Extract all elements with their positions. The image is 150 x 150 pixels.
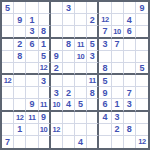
cell-r6c7[interactable] bbox=[75, 63, 87, 75]
cell-r1c4[interactable] bbox=[39, 2, 51, 14]
cell-r10c11[interactable] bbox=[124, 112, 136, 124]
cell-r12c10[interactable] bbox=[112, 136, 124, 148]
cell-r11c10[interactable]: 2 bbox=[112, 124, 124, 136]
cell-r10c3[interactable]: 11 bbox=[26, 112, 38, 124]
cell-r8c4[interactable] bbox=[39, 87, 51, 99]
cell-r5c7[interactable]: 10 bbox=[75, 51, 87, 63]
cell-r12c11[interactable] bbox=[124, 136, 136, 148]
cell-r8c8[interactable]: 8 bbox=[87, 87, 99, 99]
sudoku-board: 5399121243871062618115378591031228512311… bbox=[0, 0, 150, 150]
cell-r1c1[interactable]: 5 bbox=[2, 2, 14, 14]
cell-r2c12[interactable] bbox=[136, 14, 148, 26]
cell-r12c9[interactable] bbox=[99, 136, 111, 148]
cell-r2c1[interactable] bbox=[2, 14, 14, 26]
cell-r4c2[interactable]: 2 bbox=[14, 39, 26, 51]
cell-r5c6[interactable] bbox=[63, 51, 75, 63]
cell-r9c10[interactable]: 1 bbox=[112, 99, 124, 111]
cell-r1c8[interactable] bbox=[87, 2, 99, 14]
cell-r9c9[interactable]: 6 bbox=[99, 99, 111, 111]
cell-r6c4[interactable]: 12 bbox=[39, 63, 51, 75]
cell-r1c10[interactable] bbox=[112, 2, 124, 14]
cell-r11c12[interactable] bbox=[136, 124, 148, 136]
cell-r4c3[interactable]: 6 bbox=[26, 39, 38, 51]
cell-r2c8[interactable]: 2 bbox=[87, 14, 99, 26]
cell-r8c12[interactable] bbox=[136, 87, 148, 99]
cell-r6c2[interactable] bbox=[14, 63, 26, 75]
cell-r6c8[interactable] bbox=[87, 63, 99, 75]
cell-r9c12[interactable] bbox=[136, 99, 148, 111]
cell-r5c5[interactable]: 9 bbox=[51, 51, 63, 63]
cell-r2c4[interactable] bbox=[39, 14, 51, 26]
cell-r3c10[interactable]: 10 bbox=[112, 26, 124, 38]
cell-r1c7[interactable] bbox=[75, 2, 87, 14]
cell-r11c5[interactable]: 12 bbox=[51, 124, 63, 136]
cell-r8c5[interactable]: 3 bbox=[51, 87, 63, 99]
cell-r12c5[interactable] bbox=[51, 136, 63, 148]
cell-r3c1[interactable] bbox=[2, 26, 14, 38]
cell-r10c8[interactable] bbox=[87, 112, 99, 124]
cell-r9c4[interactable]: 11 bbox=[39, 99, 51, 111]
cell-r1c2[interactable] bbox=[14, 2, 26, 14]
cell-r9c6[interactable]: 4 bbox=[63, 99, 75, 111]
cell-r9c3[interactable]: 9 bbox=[26, 99, 38, 111]
cell-r8c9[interactable]: 9 bbox=[99, 87, 111, 99]
cell-r6c3[interactable] bbox=[26, 63, 38, 75]
cell-r8c6[interactable]: 2 bbox=[63, 87, 75, 99]
cell-r9c11[interactable]: 3 bbox=[124, 99, 136, 111]
cell-r10c1[interactable] bbox=[2, 112, 14, 124]
cell-r12c7[interactable]: 4 bbox=[75, 136, 87, 148]
cell-r8c3[interactable] bbox=[26, 87, 38, 99]
cell-r11c8[interactable] bbox=[87, 124, 99, 136]
cell-r8c2[interactable] bbox=[14, 87, 26, 99]
cell-r11c9[interactable] bbox=[99, 124, 111, 136]
cell-r5c8[interactable]: 3 bbox=[87, 51, 99, 63]
cell-r12c6[interactable] bbox=[63, 136, 75, 148]
cell-r8c1[interactable] bbox=[2, 87, 14, 99]
cell-r2c7[interactable] bbox=[75, 14, 87, 26]
cell-r2c9[interactable]: 12 bbox=[99, 14, 111, 26]
cell-r12c3[interactable] bbox=[26, 136, 38, 148]
cell-r10c4[interactable]: 9 bbox=[39, 112, 51, 124]
cell-r4c12[interactable] bbox=[136, 39, 148, 51]
cell-r3c7[interactable] bbox=[75, 26, 87, 38]
cell-r11c6[interactable] bbox=[63, 124, 75, 136]
cell-r9c2[interactable] bbox=[14, 99, 26, 111]
cell-r8c11[interactable]: 7 bbox=[124, 87, 136, 99]
cell-r7c9[interactable]: 5 bbox=[99, 75, 111, 87]
cell-r11c1[interactable] bbox=[2, 124, 14, 136]
cell-r7c7[interactable] bbox=[75, 75, 87, 87]
cell-r4c8[interactable]: 5 bbox=[87, 39, 99, 51]
cell-r5c2[interactable]: 8 bbox=[14, 51, 26, 63]
cell-r11c4[interactable]: 10 bbox=[39, 124, 51, 136]
cell-r1c11[interactable] bbox=[124, 2, 136, 14]
cell-r1c6[interactable]: 3 bbox=[63, 2, 75, 14]
cell-r9c5[interactable]: 10 bbox=[51, 99, 63, 111]
cell-r3c3[interactable]: 3 bbox=[26, 26, 38, 38]
cell-r3c9[interactable]: 7 bbox=[99, 26, 111, 38]
cell-r2c11[interactable]: 4 bbox=[124, 14, 136, 26]
cell-r3c6[interactable] bbox=[63, 26, 75, 38]
cell-r7c4[interactable]: 3 bbox=[39, 75, 51, 87]
cell-r7c1[interactable]: 12 bbox=[2, 75, 14, 87]
cell-r11c3[interactable] bbox=[26, 124, 38, 136]
cell-r7c5[interactable] bbox=[51, 75, 63, 87]
cell-r1c12[interactable]: 9 bbox=[136, 2, 148, 14]
cell-r6c5[interactable]: 2 bbox=[51, 63, 63, 75]
cell-r4c5[interactable] bbox=[51, 39, 63, 51]
cell-r10c5[interactable] bbox=[51, 112, 63, 124]
cell-r3c11[interactable]: 6 bbox=[124, 26, 136, 38]
cell-r3c5[interactable] bbox=[51, 26, 63, 38]
cell-r10c2[interactable]: 12 bbox=[14, 112, 26, 124]
cell-r5c11[interactable] bbox=[124, 51, 136, 63]
cell-r12c1[interactable]: 7 bbox=[2, 136, 14, 148]
cell-r9c7[interactable]: 5 bbox=[75, 99, 87, 111]
cell-r4c11[interactable] bbox=[124, 39, 136, 51]
cell-r6c10[interactable] bbox=[112, 63, 124, 75]
cell-r7c6[interactable] bbox=[63, 75, 75, 87]
cell-r4c4[interactable]: 1 bbox=[39, 39, 51, 51]
cell-r6c12[interactable]: 5 bbox=[136, 63, 148, 75]
cell-r6c1[interactable] bbox=[2, 63, 14, 75]
cell-r5c12[interactable] bbox=[136, 51, 148, 63]
cell-r11c11[interactable]: 8 bbox=[124, 124, 136, 136]
cell-r6c9[interactable]: 8 bbox=[99, 63, 111, 75]
cell-r10c7[interactable] bbox=[75, 112, 87, 124]
cell-r4c1[interactable] bbox=[2, 39, 14, 51]
cell-r5c1[interactable] bbox=[2, 51, 14, 63]
cell-r12c12[interactable]: 12 bbox=[136, 136, 148, 148]
cell-r5c10[interactable] bbox=[112, 51, 124, 63]
cell-r10c6[interactable] bbox=[63, 112, 75, 124]
cell-r8c10[interactable] bbox=[112, 87, 124, 99]
cell-r5c4[interactable]: 5 bbox=[39, 51, 51, 63]
cell-r2c3[interactable]: 1 bbox=[26, 14, 38, 26]
cell-r7c12[interactable] bbox=[136, 75, 148, 87]
cell-r12c4[interactable] bbox=[39, 136, 51, 148]
cell-r5c3[interactable] bbox=[26, 51, 38, 63]
cell-r2c10[interactable] bbox=[112, 14, 124, 26]
cell-r12c2[interactable] bbox=[14, 136, 26, 148]
cell-r7c2[interactable] bbox=[14, 75, 26, 87]
cell-r1c5[interactable] bbox=[51, 2, 63, 14]
cell-r7c3[interactable] bbox=[26, 75, 38, 87]
cell-r3c2[interactable] bbox=[14, 26, 26, 38]
cell-r8c7[interactable] bbox=[75, 87, 87, 99]
cell-r4c6[interactable]: 8 bbox=[63, 39, 75, 51]
cell-r4c10[interactable]: 7 bbox=[112, 39, 124, 51]
cell-r10c9[interactable]: 4 bbox=[99, 112, 111, 124]
cell-r4c7[interactable]: 11 bbox=[75, 39, 87, 51]
cell-r7c11[interactable] bbox=[124, 75, 136, 87]
cell-r2c2[interactable]: 9 bbox=[14, 14, 26, 26]
cell-r3c8[interactable] bbox=[87, 26, 99, 38]
cell-r11c7[interactable] bbox=[75, 124, 87, 136]
cell-r10c10[interactable]: 3 bbox=[112, 112, 124, 124]
cell-r1c9[interactable] bbox=[99, 2, 111, 14]
cell-r2c6[interactable] bbox=[63, 14, 75, 26]
cell-r2c5[interactable] bbox=[51, 14, 63, 26]
cell-r9c1[interactable] bbox=[2, 99, 14, 111]
cell-r7c8[interactable]: 11 bbox=[87, 75, 99, 87]
cell-r12c8[interactable] bbox=[87, 136, 99, 148]
cell-r11c2[interactable]: 1 bbox=[14, 124, 26, 136]
cell-r1c3[interactable] bbox=[26, 2, 38, 14]
cell-r4c9[interactable]: 3 bbox=[99, 39, 111, 51]
cell-r6c11[interactable] bbox=[124, 63, 136, 75]
cell-r6c6[interactable] bbox=[63, 63, 75, 75]
cell-r3c4[interactable]: 8 bbox=[39, 26, 51, 38]
cell-r7c10[interactable] bbox=[112, 75, 124, 87]
cell-r9c8[interactable] bbox=[87, 99, 99, 111]
cell-r5c9[interactable] bbox=[99, 51, 111, 63]
cell-r10c12[interactable] bbox=[136, 112, 148, 124]
cell-r3c12[interactable] bbox=[136, 26, 148, 38]
